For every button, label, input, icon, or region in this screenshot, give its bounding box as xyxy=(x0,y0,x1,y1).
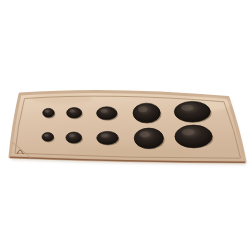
button-bottom-4 xyxy=(134,128,163,148)
button-bottom-2 xyxy=(66,132,82,143)
button-bottom-1 xyxy=(42,133,54,142)
button-bottom-3 xyxy=(97,131,119,144)
button-top-1 xyxy=(43,108,55,117)
button-glint-top-1 xyxy=(45,110,49,113)
photo-stage xyxy=(0,0,250,250)
card-stain-bottom xyxy=(68,146,192,157)
button-glint-bottom-3 xyxy=(101,133,108,137)
button-top-2 xyxy=(67,108,82,118)
button-top-3 xyxy=(97,107,117,120)
card-stain-top-left xyxy=(32,94,92,104)
button-glint-top-2 xyxy=(69,109,74,112)
button-glint-top-4 xyxy=(138,106,147,112)
button-glint-top-3 xyxy=(100,109,107,113)
button-top-5 xyxy=(174,101,210,122)
button-glint-bottom-4 xyxy=(140,131,150,137)
button-glint-bottom-5 xyxy=(182,129,195,136)
button-glint-top-5 xyxy=(181,105,193,111)
button-glint-bottom-2 xyxy=(69,134,74,137)
button-bottom-5 xyxy=(175,125,212,148)
button-glint-bottom-1 xyxy=(44,134,48,137)
button-top-4 xyxy=(133,103,160,123)
button-card-photo xyxy=(0,0,250,250)
